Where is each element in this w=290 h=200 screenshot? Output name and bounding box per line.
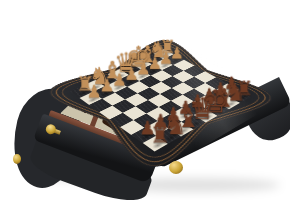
brass-foot <box>13 154 21 164</box>
brass-foot <box>169 161 183 174</box>
square-e4[interactable] <box>149 82 171 94</box>
piece-black-rook[interactable]: ♜ <box>150 124 168 146</box>
piece-white-pawn[interactable]: ♟ <box>86 83 102 100</box>
chess-set-scene: ♜♞♝♛♚♝♞♜♟♟♟♟♟♟♟♟♟♟♟♟♟♟♟♟♜♞♝♛♚♝♞♜ <box>0 0 290 200</box>
